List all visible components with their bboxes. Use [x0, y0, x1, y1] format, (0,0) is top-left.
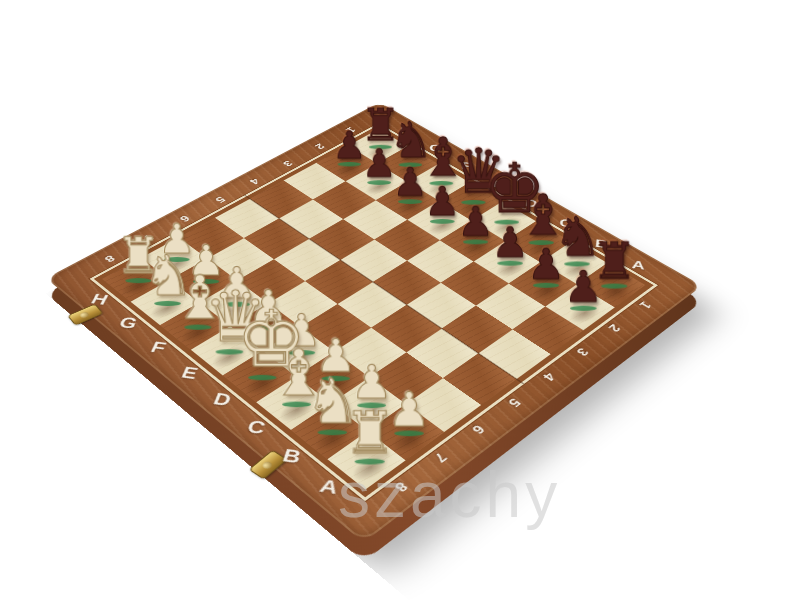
brass-clasp: [249, 450, 288, 480]
file-label: C: [547, 208, 583, 239]
file-label: G: [417, 135, 454, 162]
watermark-text: szachy: [338, 458, 561, 532]
file-label: F: [448, 152, 485, 180]
brass-clasp: [67, 304, 103, 326]
file-label: E: [480, 170, 517, 199]
black-pawn: ♟: [559, 266, 608, 309]
white-rook: ♜: [342, 404, 397, 462]
file-label: D: [513, 188, 550, 218]
playing-area: ♜♟♟♜♞♟♟♞♝♟♟♝♛♟♟♛♚♟♟♚♝♟♟♝♞♟♟♞♜♟♟♜: [102, 129, 645, 489]
